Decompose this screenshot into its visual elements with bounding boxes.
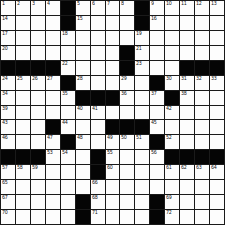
clue-number: 6 — [92, 1, 95, 6]
white-cell[interactable]: 36 — [120, 91, 134, 105]
white-cell[interactable]: 56 — [150, 150, 164, 164]
white-cell[interactable] — [195, 195, 209, 209]
white-cell[interactable] — [120, 16, 134, 30]
black-cell — [91, 165, 105, 179]
white-cell[interactable]: 32 — [195, 76, 209, 90]
clue-number: 16 — [151, 16, 157, 21]
clue-number: 8 — [121, 1, 124, 6]
black-cell — [210, 61, 224, 75]
white-cell[interactable]: 30 — [165, 76, 179, 90]
white-cell[interactable] — [120, 31, 134, 45]
black-cell — [150, 76, 164, 90]
clue-number: 23 — [136, 61, 142, 66]
white-cell[interactable] — [195, 210, 209, 224]
white-cell[interactable] — [106, 106, 120, 120]
white-cell[interactable]: 64 — [210, 165, 224, 179]
white-cell[interactable] — [150, 46, 164, 60]
white-cell[interactable]: 50 — [120, 135, 134, 149]
white-cell[interactable] — [91, 31, 105, 45]
white-cell[interactable] — [150, 165, 164, 179]
clue-number: 50 — [121, 135, 127, 140]
white-cell[interactable] — [135, 91, 149, 105]
white-cell[interactable] — [210, 180, 224, 194]
clue-number: 32 — [196, 76, 202, 81]
white-cell[interactable] — [150, 180, 164, 194]
white-cell[interactable]: 4 — [46, 1, 60, 15]
black-cell — [1, 61, 15, 75]
white-cell[interactable] — [46, 195, 60, 209]
black-cell — [1, 150, 15, 164]
white-cell[interactable] — [16, 91, 30, 105]
white-cell[interactable] — [46, 31, 60, 45]
white-cell[interactable] — [61, 46, 75, 60]
white-cell[interactable]: 40 — [76, 106, 90, 120]
white-cell[interactable] — [106, 210, 120, 224]
white-cell[interactable] — [16, 180, 30, 194]
black-cell — [150, 195, 164, 209]
black-cell — [76, 91, 90, 105]
clue-number: 18 — [62, 31, 68, 36]
white-cell[interactable] — [106, 46, 120, 60]
white-cell[interactable] — [120, 195, 134, 209]
white-cell[interactable] — [31, 180, 45, 194]
clue-number: 9 — [151, 1, 154, 6]
clue-number: 48 — [77, 135, 83, 140]
clue-number: 63 — [196, 165, 202, 170]
white-cell[interactable]: 49 — [106, 135, 120, 149]
white-cell[interactable] — [135, 76, 149, 90]
white-cell[interactable] — [46, 180, 60, 194]
white-cell[interactable] — [210, 46, 224, 60]
white-cell[interactable] — [91, 16, 105, 30]
white-cell[interactable]: 47 — [46, 135, 60, 149]
white-cell[interactable]: 7 — [106, 1, 120, 15]
white-cell[interactable] — [61, 180, 75, 194]
white-cell[interactable]: 60 — [106, 165, 120, 179]
white-cell[interactable] — [31, 46, 45, 60]
clue-number: 22 — [62, 61, 68, 66]
clue-number: 35 — [62, 91, 68, 96]
clue-number: 33 — [211, 76, 217, 81]
white-cell[interactable] — [180, 120, 194, 134]
white-cell[interactable] — [91, 46, 105, 60]
white-cell[interactable] — [76, 180, 90, 194]
white-cell[interactable]: 31 — [180, 76, 194, 90]
white-cell[interactable]: 5 — [76, 1, 90, 15]
clue-number: 12 — [196, 1, 202, 6]
white-cell[interactable]: 46 — [1, 135, 15, 149]
black-cell — [16, 61, 30, 75]
white-cell[interactable] — [16, 120, 30, 134]
clue-number: 4 — [47, 1, 50, 6]
white-cell[interactable]: 63 — [195, 165, 209, 179]
clue-number: 26 — [32, 76, 38, 81]
white-cell[interactable] — [31, 91, 45, 105]
clue-number: 56 — [151, 150, 157, 155]
white-cell[interactable]: 8 — [120, 1, 134, 15]
black-cell — [61, 1, 75, 15]
white-cell[interactable] — [120, 150, 134, 164]
clue-number: 68 — [92, 195, 98, 200]
white-cell[interactable] — [165, 46, 179, 60]
clue-number: 52 — [166, 135, 172, 140]
white-cell[interactable]: 45 — [150, 120, 164, 134]
white-cell[interactable] — [76, 46, 90, 60]
clue-number: 53 — [47, 150, 53, 155]
black-cell — [120, 46, 134, 60]
black-cell — [120, 61, 134, 75]
white-cell[interactable]: 9 — [150, 1, 164, 15]
black-cell — [180, 61, 194, 75]
white-cell[interactable]: 43 — [1, 120, 15, 134]
white-cell[interactable] — [165, 31, 179, 45]
white-cell[interactable]: 35 — [61, 91, 75, 105]
white-cell[interactable]: 52 — [165, 135, 179, 149]
white-cell[interactable]: 25 — [16, 76, 30, 90]
white-cell[interactable]: 27 — [46, 76, 60, 90]
clue-number: 17 — [2, 31, 8, 36]
clue-number: 24 — [2, 76, 8, 81]
white-cell[interactable] — [180, 46, 194, 60]
white-cell[interactable] — [16, 210, 30, 224]
clue-number: 62 — [181, 165, 187, 170]
clue-number: 44 — [62, 120, 68, 125]
clue-number: 46 — [2, 135, 8, 140]
white-cell[interactable] — [180, 135, 194, 149]
white-cell[interactable]: 16 — [150, 16, 164, 30]
black-cell — [180, 150, 194, 164]
clue-number: 43 — [2, 120, 8, 125]
white-cell[interactable] — [76, 150, 90, 164]
clue-number: 37 — [151, 91, 157, 96]
white-cell[interactable] — [76, 61, 90, 75]
white-cell[interactable] — [46, 46, 60, 60]
white-cell[interactable] — [120, 180, 134, 194]
white-cell[interactable] — [16, 195, 30, 209]
crossword-page: 1234567891011121314151617181920212223242… — [0, 0, 225, 225]
white-cell[interactable] — [165, 180, 179, 194]
white-cell[interactable] — [195, 91, 209, 105]
white-cell[interactable] — [195, 106, 209, 120]
white-cell[interactable]: 41 — [91, 106, 105, 120]
white-cell[interactable] — [16, 106, 30, 120]
black-cell — [165, 150, 179, 164]
white-cell[interactable] — [210, 16, 224, 30]
white-cell[interactable] — [16, 135, 30, 149]
clue-number: 64 — [211, 165, 217, 170]
white-cell[interactable]: 57 — [1, 165, 15, 179]
clue-number: 19 — [136, 31, 142, 36]
clue-number: 38 — [181, 91, 187, 96]
white-cell[interactable] — [120, 106, 134, 120]
white-cell[interactable] — [165, 61, 179, 75]
clue-number: 72 — [166, 210, 172, 215]
white-cell[interactable] — [106, 61, 120, 75]
black-cell — [46, 120, 60, 134]
clue-number: 45 — [151, 120, 157, 125]
black-cell — [61, 16, 75, 30]
white-cell[interactable]: 10 — [165, 1, 179, 15]
clue-number: 65 — [2, 180, 8, 185]
white-cell[interactable] — [150, 106, 164, 120]
white-cell[interactable] — [91, 61, 105, 75]
white-cell[interactable] — [46, 165, 60, 179]
white-cell[interactable]: 61 — [165, 165, 179, 179]
clue-number: 49 — [107, 135, 113, 140]
white-cell[interactable]: 37 — [150, 91, 164, 105]
white-cell[interactable]: 39 — [1, 106, 15, 120]
white-cell[interactable] — [135, 165, 149, 179]
white-cell[interactable]: 2 — [16, 1, 30, 15]
white-cell[interactable] — [106, 16, 120, 30]
clue-number: 25 — [17, 76, 23, 81]
white-cell[interactable] — [195, 46, 209, 60]
white-cell[interactable]: 44 — [61, 120, 75, 134]
crossword-grid[interactable]: 1234567891011121314151617181920212223242… — [0, 0, 225, 225]
clue-number: 58 — [17, 165, 23, 170]
white-cell[interactable]: 6 — [91, 1, 105, 15]
white-cell[interactable]: 22 — [61, 61, 75, 75]
black-cell — [76, 195, 90, 209]
clue-number: 30 — [166, 76, 172, 81]
white-cell[interactable] — [135, 195, 149, 209]
white-cell[interactable] — [46, 210, 60, 224]
clue-number: 61 — [166, 165, 172, 170]
white-cell[interactable] — [165, 120, 179, 134]
white-cell[interactable] — [120, 165, 134, 179]
white-cell[interactable]: 1 — [1, 1, 15, 15]
clue-number: 51 — [136, 135, 142, 140]
white-cell[interactable] — [180, 31, 194, 45]
white-cell[interactable] — [195, 135, 209, 149]
white-cell[interactable] — [61, 195, 75, 209]
black-cell — [61, 135, 75, 149]
white-cell[interactable]: 34 — [1, 91, 15, 105]
clue-number: 13 — [211, 1, 217, 6]
black-cell — [135, 16, 149, 30]
white-cell[interactable]: 13 — [210, 1, 224, 15]
white-cell[interactable] — [210, 91, 224, 105]
white-cell[interactable]: 62 — [180, 165, 194, 179]
white-cell[interactable]: 19 — [135, 31, 149, 45]
clue-number: 41 — [92, 106, 98, 111]
white-cell[interactable] — [135, 180, 149, 194]
white-cell[interactable] — [180, 195, 194, 209]
black-cell — [46, 61, 60, 75]
clue-number: 15 — [77, 16, 83, 21]
white-cell[interactable] — [61, 165, 75, 179]
black-cell — [195, 61, 209, 75]
clue-number: 20 — [2, 46, 8, 51]
white-cell[interactable]: 69 — [165, 195, 179, 209]
white-cell[interactable] — [150, 31, 164, 45]
clue-number: 57 — [2, 165, 8, 170]
white-cell[interactable] — [195, 120, 209, 134]
black-cell — [91, 150, 105, 164]
white-cell[interactable] — [76, 120, 90, 134]
white-cell[interactable] — [210, 210, 224, 224]
clue-number: 29 — [121, 76, 127, 81]
clue-number: 71 — [92, 210, 98, 215]
white-cell[interactable] — [31, 16, 45, 30]
white-cell[interactable]: 53 — [46, 150, 60, 164]
clue-number: 55 — [107, 150, 113, 155]
black-cell — [106, 91, 120, 105]
white-cell[interactable]: 33 — [210, 76, 224, 90]
white-cell[interactable]: 23 — [135, 61, 149, 75]
white-cell[interactable] — [210, 195, 224, 209]
white-cell[interactable] — [46, 106, 60, 120]
white-cell[interactable] — [91, 76, 105, 90]
white-cell[interactable]: 17 — [1, 31, 15, 45]
white-cell[interactable] — [31, 195, 45, 209]
white-cell[interactable] — [31, 135, 45, 149]
clue-number: 54 — [62, 150, 68, 155]
white-cell[interactable]: 48 — [76, 135, 90, 149]
white-cell[interactable] — [106, 31, 120, 45]
black-cell — [165, 91, 179, 105]
white-cell[interactable]: 28 — [76, 76, 90, 90]
white-cell[interactable] — [61, 106, 75, 120]
clue-number: 60 — [107, 165, 113, 170]
white-cell[interactable]: 29 — [120, 76, 134, 90]
black-cell — [150, 210, 164, 224]
black-cell — [76, 210, 90, 224]
white-cell[interactable]: 26 — [31, 76, 45, 90]
clue-number: 69 — [166, 195, 172, 200]
white-cell[interactable] — [210, 31, 224, 45]
clue-number: 1 — [2, 1, 5, 6]
black-cell — [31, 150, 45, 164]
clue-number: 39 — [2, 106, 8, 111]
white-cell[interactable]: 20 — [1, 46, 15, 60]
white-cell[interactable] — [46, 16, 60, 30]
white-cell[interactable] — [180, 106, 194, 120]
white-cell[interactable]: 24 — [1, 76, 15, 90]
white-cell[interactable] — [31, 120, 45, 134]
white-cell[interactable]: 15 — [76, 16, 90, 30]
black-cell — [195, 150, 209, 164]
white-cell[interactable] — [210, 120, 224, 134]
clue-number: 21 — [136, 46, 142, 51]
clue-number: 47 — [47, 135, 53, 140]
black-cell — [150, 135, 164, 149]
white-cell[interactable]: 18 — [61, 31, 75, 45]
white-cell[interactable]: 67 — [1, 195, 15, 209]
black-cell — [91, 91, 105, 105]
white-cell[interactable] — [91, 135, 105, 149]
white-cell[interactable]: 21 — [135, 46, 149, 60]
white-cell[interactable] — [150, 61, 164, 75]
black-cell — [135, 120, 149, 134]
white-cell[interactable] — [76, 165, 90, 179]
white-cell[interactable]: 70 — [1, 210, 15, 224]
white-cell[interactable]: 59 — [31, 165, 45, 179]
white-cell[interactable]: 14 — [1, 16, 15, 30]
white-cell[interactable] — [46, 91, 60, 105]
clue-number: 66 — [92, 180, 98, 185]
black-cell — [106, 120, 120, 134]
clue-number: 5 — [77, 1, 80, 6]
clue-number: 70 — [2, 210, 8, 215]
white-cell[interactable] — [120, 210, 134, 224]
white-cell[interactable] — [76, 31, 90, 45]
white-cell[interactable]: 71 — [91, 210, 105, 224]
white-cell[interactable] — [135, 150, 149, 164]
white-cell[interactable] — [195, 180, 209, 194]
white-cell[interactable] — [61, 210, 75, 224]
white-cell[interactable] — [165, 16, 179, 30]
white-cell[interactable] — [106, 180, 120, 194]
white-cell[interactable] — [180, 180, 194, 194]
white-cell[interactable]: 54 — [61, 150, 75, 164]
white-cell[interactable]: 38 — [180, 91, 194, 105]
clue-number: 40 — [77, 106, 83, 111]
white-cell[interactable] — [31, 210, 45, 224]
black-cell — [61, 76, 75, 90]
white-cell[interactable] — [195, 31, 209, 45]
clue-number: 11 — [181, 1, 187, 6]
white-cell[interactable]: 55 — [106, 150, 120, 164]
clue-number: 14 — [2, 16, 8, 21]
white-cell[interactable] — [106, 195, 120, 209]
clue-number: 59 — [32, 165, 38, 170]
white-cell[interactable]: 42 — [165, 106, 179, 120]
white-cell[interactable]: 65 — [1, 180, 15, 194]
white-cell[interactable] — [195, 16, 209, 30]
clue-number: 34 — [2, 91, 8, 96]
clue-number: 7 — [107, 1, 110, 6]
white-cell[interactable] — [16, 46, 30, 60]
white-cell[interactable] — [31, 31, 45, 45]
clue-number: 67 — [2, 195, 8, 200]
white-cell[interactable] — [180, 210, 194, 224]
black-cell — [120, 120, 134, 134]
black-cell — [31, 61, 45, 75]
white-cell[interactable] — [210, 106, 224, 120]
white-cell[interactable]: 51 — [135, 135, 149, 149]
clue-number: 31 — [181, 76, 187, 81]
white-cell[interactable] — [180, 16, 194, 30]
clue-number: 36 — [121, 91, 127, 96]
white-cell[interactable]: 11 — [180, 1, 194, 15]
clue-number: 2 — [17, 1, 20, 6]
white-cell[interactable] — [16, 16, 30, 30]
white-cell[interactable]: 66 — [91, 180, 105, 194]
white-cell[interactable]: 72 — [165, 210, 179, 224]
white-cell[interactable]: 68 — [91, 195, 105, 209]
white-cell[interactable] — [135, 210, 149, 224]
white-cell[interactable]: 12 — [195, 1, 209, 15]
clue-number: 28 — [77, 76, 83, 81]
clue-number: 10 — [166, 1, 172, 6]
white-cell[interactable]: 58 — [16, 165, 30, 179]
clue-number: 42 — [166, 106, 172, 111]
clue-number: 3 — [32, 1, 35, 6]
white-cell[interactable] — [106, 76, 120, 90]
white-cell[interactable] — [210, 135, 224, 149]
black-cell — [135, 1, 149, 15]
white-cell[interactable] — [16, 31, 30, 45]
white-cell[interactable]: 3 — [31, 1, 45, 15]
white-cell[interactable] — [31, 106, 45, 120]
white-cell[interactable] — [135, 106, 149, 120]
black-cell — [210, 150, 224, 164]
white-cell[interactable] — [91, 120, 105, 134]
clue-number: 27 — [47, 76, 53, 81]
black-cell — [16, 150, 30, 164]
